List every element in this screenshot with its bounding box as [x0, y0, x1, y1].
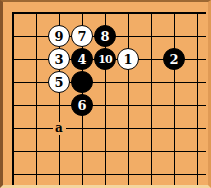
- stone-grid: 12345678910a: [2, 2, 209, 186]
- go-board: 12345678910a: [0, 0, 211, 188]
- black-stone-8: 8: [94, 25, 116, 47]
- white-stone-1: 1: [117, 48, 139, 70]
- white-stone-5: 5: [48, 71, 70, 93]
- white-stone-7: 7: [71, 25, 93, 47]
- black-stone-4: 4: [71, 48, 93, 70]
- point-label-a: a: [53, 122, 66, 135]
- black-stone-10: 10: [94, 48, 116, 70]
- white-stone-9: 9: [48, 25, 70, 47]
- white-stone-3: 3: [48, 48, 70, 70]
- black-stone-6: 6: [71, 94, 93, 116]
- black-stone: [71, 71, 93, 93]
- black-stone-2: 2: [163, 48, 185, 70]
